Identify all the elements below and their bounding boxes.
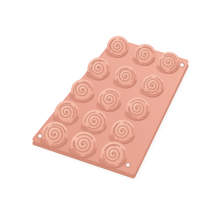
rose-bud-center	[112, 152, 115, 155]
rose-mold-illustration	[0, 0, 220, 210]
rose-bud-center	[167, 61, 169, 63]
rose-bud-center	[65, 111, 68, 114]
rose-bud-center	[143, 53, 145, 55]
hanging-hole-2	[38, 134, 43, 139]
rose-bud-center	[81, 89, 84, 92]
rose-bud-center	[53, 132, 56, 135]
rose-bud-center	[151, 84, 154, 87]
product-photo	[0, 0, 220, 210]
rose-bud-center	[82, 142, 85, 145]
hanging-hole-1	[180, 63, 185, 68]
rose-bud-center	[93, 120, 96, 123]
rose-bud-center	[124, 75, 127, 78]
rose-bud-center	[108, 98, 111, 101]
rose-bud-center	[136, 107, 139, 110]
hanging-hole-3	[126, 163, 131, 168]
rose-bud-center	[97, 67, 100, 70]
rose-bud-center	[121, 130, 124, 133]
rose-bud-center	[116, 45, 118, 47]
